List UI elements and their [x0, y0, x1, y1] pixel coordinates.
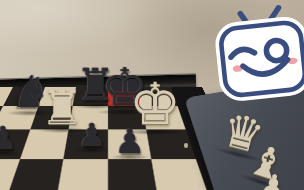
board-coordinate-mark: [184, 143, 188, 148]
square[interactable]: [107, 159, 158, 190]
piece-shadow: [112, 154, 149, 160]
square[interactable]: [57, 159, 108, 190]
white-pawn-captured: ♟: [257, 169, 289, 190]
chess-app-screenshot: ♞♜♜♚♚♟♟♟♛♝♟: [0, 0, 304, 190]
bilibili-mascot-sticker: [211, 1, 304, 104]
piece-shadow: [0, 150, 20, 156]
piece-shadow: [75, 147, 109, 153]
board-coordinate-mark: [198, 182, 202, 187]
black-pawn-a6[interactable]: ♟: [0, 122, 17, 154]
black-pawn-d6[interactable]: ♟: [78, 119, 107, 151]
board-coordinate-mark: [191, 164, 195, 169]
black-pawn-e5[interactable]: ♟: [115, 124, 145, 158]
right-eye-icon: [265, 39, 287, 61]
